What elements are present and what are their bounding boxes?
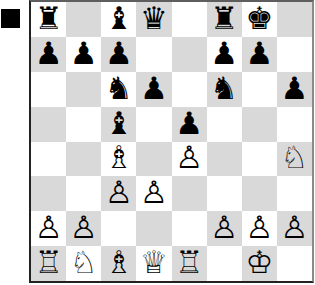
square-e8[interactable] [172,2,207,37]
square-a5[interactable] [31,107,66,142]
square-a1[interactable]: ♖ [31,246,66,281]
piece-black-knight[interactable]: ♞ [210,73,238,104]
piece-black-pawn[interactable]: ♟ [140,73,168,104]
square-b1[interactable]: ♘ [66,246,101,281]
piece-white-knight[interactable]: ♘ [281,142,309,173]
square-a8[interactable]: ♜ [31,2,66,37]
piece-black-pawn[interactable]: ♟ [70,38,98,69]
square-a4[interactable] [31,142,66,177]
square-h6[interactable]: ♟ [277,72,312,107]
square-g5[interactable] [242,107,277,142]
piece-white-queen[interactable]: ♕ [140,247,168,278]
square-f7[interactable]: ♟ [207,37,242,72]
square-f1[interactable] [207,246,242,281]
square-d1[interactable]: ♕ [136,246,171,281]
piece-white-bishop[interactable]: ♗ [105,247,133,278]
piece-black-bishop[interactable]: ♝ [105,108,133,139]
piece-white-pawn[interactable]: ♙ [105,177,133,208]
chess-diagram: ♜♝♛♜♚♟♟♟♟♟♞♟♞♟♝♟♗♙♘♙♙♙♙♙♙♙♖♘♗♕♖♔ [0,0,315,285]
square-g4[interactable] [242,142,277,177]
piece-black-pawn[interactable]: ♟ [35,38,63,69]
square-g6[interactable] [242,72,277,107]
piece-black-rook[interactable]: ♜ [35,3,63,34]
piece-black-queen[interactable]: ♛ [140,3,168,34]
square-d8[interactable]: ♛ [136,2,171,37]
piece-black-pawn[interactable]: ♟ [210,38,238,69]
square-a7[interactable]: ♟ [31,37,66,72]
piece-black-bishop[interactable]: ♝ [105,3,133,34]
square-b6[interactable] [66,72,101,107]
piece-white-pawn[interactable]: ♙ [281,212,309,243]
square-e5[interactable]: ♟ [172,107,207,142]
square-g1[interactable]: ♔ [242,246,277,281]
piece-black-pawn[interactable]: ♟ [175,108,203,139]
square-b4[interactable] [66,142,101,177]
square-e1[interactable]: ♖ [172,246,207,281]
square-c1[interactable]: ♗ [101,246,136,281]
square-h2[interactable]: ♙ [277,211,312,246]
square-g8[interactable]: ♚ [242,2,277,37]
square-f4[interactable] [207,142,242,177]
square-h5[interactable] [277,107,312,142]
square-b7[interactable]: ♟ [66,37,101,72]
square-c2[interactable] [101,211,136,246]
piece-black-rook[interactable]: ♜ [210,3,238,34]
piece-white-knight[interactable]: ♘ [70,247,98,278]
piece-black-pawn[interactable]: ♟ [245,38,273,69]
square-c6[interactable]: ♞ [101,72,136,107]
chess-board: ♜♝♛♜♚♟♟♟♟♟♞♟♞♟♝♟♗♙♘♙♙♙♙♙♙♙♖♘♗♕♖♔ [29,0,314,283]
square-h1[interactable] [277,246,312,281]
square-d3[interactable]: ♙ [136,176,171,211]
square-e3[interactable] [172,176,207,211]
square-b3[interactable] [66,176,101,211]
square-h7[interactable] [277,37,312,72]
square-a6[interactable] [31,72,66,107]
piece-white-rook[interactable]: ♖ [35,247,63,278]
piece-white-pawn[interactable]: ♙ [210,212,238,243]
square-e6[interactable] [172,72,207,107]
square-d5[interactable] [136,107,171,142]
square-d2[interactable] [136,211,171,246]
piece-white-pawn[interactable]: ♙ [70,212,98,243]
square-c3[interactable]: ♙ [101,176,136,211]
square-f3[interactable] [207,176,242,211]
square-d4[interactable] [136,142,171,177]
square-f6[interactable]: ♞ [207,72,242,107]
square-h3[interactable] [277,176,312,211]
piece-white-rook[interactable]: ♖ [175,247,203,278]
square-f5[interactable] [207,107,242,142]
square-g7[interactable]: ♟ [242,37,277,72]
square-d6[interactable]: ♟ [136,72,171,107]
piece-white-bishop[interactable]: ♗ [105,142,133,173]
square-f2[interactable]: ♙ [207,211,242,246]
square-g2[interactable]: ♙ [242,211,277,246]
square-c4[interactable]: ♗ [101,142,136,177]
square-e7[interactable] [172,37,207,72]
square-f8[interactable]: ♜ [207,2,242,37]
piece-white-pawn[interactable]: ♙ [35,212,63,243]
piece-white-king[interactable]: ♔ [245,247,273,278]
square-e2[interactable] [172,211,207,246]
square-e4[interactable]: ♙ [172,142,207,177]
square-a2[interactable]: ♙ [31,211,66,246]
square-c5[interactable]: ♝ [101,107,136,142]
piece-black-pawn[interactable]: ♟ [105,38,133,69]
square-g3[interactable] [242,176,277,211]
square-h4[interactable]: ♘ [277,142,312,177]
piece-black-pawn[interactable]: ♟ [281,73,309,104]
square-c7[interactable]: ♟ [101,37,136,72]
piece-white-pawn[interactable]: ♙ [245,212,273,243]
piece-white-pawn[interactable]: ♙ [140,177,168,208]
square-h8[interactable] [277,2,312,37]
square-b8[interactable] [66,2,101,37]
square-b5[interactable] [66,107,101,142]
square-a3[interactable] [31,176,66,211]
piece-white-pawn[interactable]: ♙ [175,142,203,173]
black-to-move-indicator [1,9,20,28]
piece-black-knight[interactable]: ♞ [105,73,133,104]
piece-black-king[interactable]: ♚ [245,3,273,34]
square-c8[interactable]: ♝ [101,2,136,37]
square-d7[interactable] [136,37,171,72]
square-b2[interactable]: ♙ [66,211,101,246]
